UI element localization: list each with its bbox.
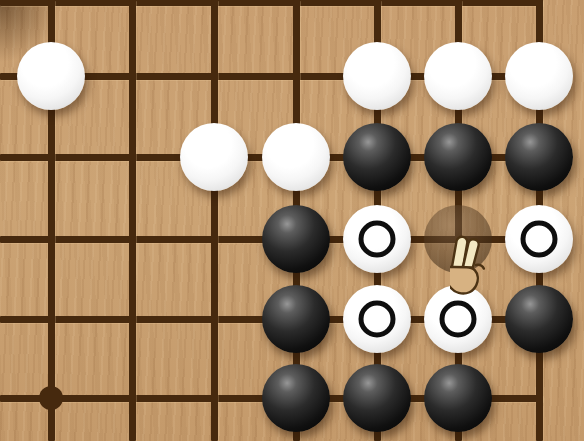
stone-white-marked xyxy=(343,285,411,353)
grid-line-vertical xyxy=(129,0,136,441)
stone-white xyxy=(180,123,248,191)
ghost-stone-preview[interactable] xyxy=(424,205,492,273)
circle-marker xyxy=(359,221,396,258)
circle-marker xyxy=(359,301,396,338)
stone-black xyxy=(505,285,573,353)
go-board[interactable] xyxy=(0,0,584,441)
circle-marker xyxy=(440,301,477,338)
stone-white xyxy=(262,123,330,191)
go-app-window xyxy=(0,0,584,441)
stone-black xyxy=(262,205,330,273)
grid-line-horizontal xyxy=(0,0,543,6)
stone-black xyxy=(262,364,330,432)
star-point xyxy=(39,386,63,410)
circle-marker xyxy=(521,221,558,258)
stone-white-marked xyxy=(343,205,411,273)
stone-white-marked xyxy=(424,285,492,353)
stone-white xyxy=(505,42,573,110)
stone-black xyxy=(505,123,573,191)
stone-black xyxy=(343,364,411,432)
stone-white-marked xyxy=(505,205,573,273)
stone-white xyxy=(424,42,492,110)
stone-black xyxy=(424,364,492,432)
stone-black xyxy=(424,123,492,191)
stone-white xyxy=(343,42,411,110)
grid-line-vertical xyxy=(211,0,218,441)
stone-black xyxy=(262,285,330,353)
stone-black xyxy=(343,123,411,191)
stone-white xyxy=(17,42,85,110)
